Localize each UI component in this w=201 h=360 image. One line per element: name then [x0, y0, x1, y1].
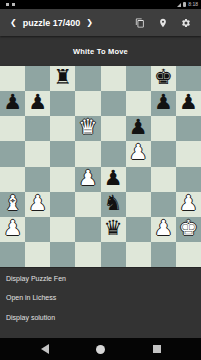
square-b8[interactable]: [25, 66, 50, 91]
square-g3[interactable]: [151, 192, 176, 217]
square-c7[interactable]: [50, 91, 75, 116]
open-in-lichess-button[interactable]: Open in Lichess: [6, 294, 56, 302]
square-d8[interactable]: [75, 66, 100, 91]
app-screen: 8:18 ❮ puzzle 17/400 ❯ White To Move ♜♚♟…: [0, 0, 201, 360]
piece-black-pawn[interactable]: ♟: [129, 117, 148, 138]
square-g1[interactable]: [151, 242, 176, 267]
home-circle-icon: [96, 345, 105, 354]
square-d7[interactable]: [75, 91, 100, 116]
square-e7[interactable]: [101, 91, 126, 116]
square-f1[interactable]: [126, 242, 151, 267]
square-f6[interactable]: ♟: [126, 116, 151, 141]
piece-black-pawn[interactable]: ♟: [3, 92, 22, 113]
square-d5[interactable]: [75, 141, 100, 166]
battery-icon: [183, 2, 186, 7]
square-g5[interactable]: [151, 141, 176, 166]
piece-white-king[interactable]: ♚: [179, 218, 198, 239]
square-b5[interactable]: [25, 141, 50, 166]
square-d2[interactable]: [75, 217, 100, 242]
square-b1[interactable]: [25, 242, 50, 267]
square-h7[interactable]: ♟: [176, 91, 201, 116]
square-a2[interactable]: ♟: [0, 217, 25, 242]
piece-white-pawn[interactable]: ♟: [129, 142, 148, 163]
recents-square-icon: [153, 345, 161, 353]
square-e6[interactable]: [101, 116, 126, 141]
piece-white-bishop[interactable]: ♝: [3, 193, 22, 214]
square-g8[interactable]: ♚: [151, 66, 176, 91]
back-button[interactable]: [38, 342, 52, 356]
home-button[interactable]: [94, 342, 108, 356]
square-c8[interactable]: ♜: [50, 66, 75, 91]
square-g2[interactable]: ♟: [151, 217, 176, 242]
piece-black-pawn[interactable]: ♟: [154, 92, 173, 113]
square-g7[interactable]: ♟: [151, 91, 176, 116]
android-nav-bar: [0, 338, 201, 360]
square-e2[interactable]: ♛: [101, 217, 126, 242]
settings-gear-icon[interactable]: [179, 16, 193, 30]
square-b6[interactable]: [25, 116, 50, 141]
square-h4[interactable]: [176, 167, 201, 192]
square-b4[interactable]: [25, 167, 50, 192]
piece-black-pawn[interactable]: ♟: [28, 92, 47, 113]
actions-panel: Display Puzzle Fen Open in Lichess Displ…: [0, 267, 201, 338]
piece-black-king[interactable]: ♚: [154, 67, 173, 88]
square-f3[interactable]: [126, 192, 151, 217]
display-fen-button[interactable]: Display Puzzle Fen: [6, 275, 66, 283]
square-a4[interactable]: [0, 167, 25, 192]
next-puzzle-button[interactable]: ❯: [84, 17, 95, 29]
piece-white-queen[interactable]: ♛: [79, 117, 98, 138]
square-e4[interactable]: ♟: [101, 167, 126, 192]
square-e1[interactable]: [101, 242, 126, 267]
signal-icon: [177, 3, 181, 7]
square-h1[interactable]: [176, 242, 201, 267]
square-b7[interactable]: ♟: [25, 91, 50, 116]
piece-black-knight[interactable]: ♞: [104, 193, 123, 214]
square-a6[interactable]: [0, 116, 25, 141]
copy-icon[interactable]: [133, 16, 147, 30]
square-h8[interactable]: [176, 66, 201, 91]
square-c1[interactable]: [50, 242, 75, 267]
square-e8[interactable]: [101, 66, 126, 91]
app-bar: ❮ puzzle 17/400 ❯: [0, 9, 201, 36]
square-h6[interactable]: [176, 116, 201, 141]
status-clock: 8:18: [188, 2, 198, 7]
notification-icons: [6, 3, 15, 6]
square-e5[interactable]: [101, 141, 126, 166]
square-b3[interactable]: ♟: [25, 192, 50, 217]
square-d3[interactable]: [75, 192, 100, 217]
piece-white-pawn[interactable]: ♟: [3, 218, 22, 239]
square-a1[interactable]: [0, 242, 25, 267]
display-solution-button[interactable]: Display solution: [6, 314, 55, 322]
square-f2[interactable]: [126, 217, 151, 242]
square-f5[interactable]: ♟: [126, 141, 151, 166]
square-d4[interactable]: ♟: [75, 167, 100, 192]
square-h3[interactable]: ♟: [176, 192, 201, 217]
piece-black-pawn[interactable]: ♟: [179, 92, 198, 113]
piece-white-pawn[interactable]: ♟: [28, 193, 47, 214]
piece-white-pawn[interactable]: ♟: [154, 218, 173, 239]
square-h2[interactable]: ♚: [176, 217, 201, 242]
square-g6[interactable]: [151, 116, 176, 141]
piece-white-pawn[interactable]: ♟: [79, 168, 98, 189]
prev-puzzle-button[interactable]: ❮: [8, 17, 19, 29]
chess-board: ♜♚♟♟♟♟♛♟♟♟♟♝♟♞♟♟♛♟♚: [0, 66, 201, 267]
square-a5[interactable]: [0, 141, 25, 166]
back-triangle-icon: [41, 344, 49, 354]
square-c2[interactable]: [50, 217, 75, 242]
location-pin-icon[interactable]: [156, 16, 170, 30]
square-d6[interactable]: ♛: [75, 116, 100, 141]
square-f7[interactable]: [126, 91, 151, 116]
recents-button[interactable]: [150, 342, 164, 356]
square-c6[interactable]: [50, 116, 75, 141]
square-e3[interactable]: ♞: [101, 192, 126, 217]
piece-black-queen[interactable]: ♛: [104, 218, 123, 239]
square-c5[interactable]: [50, 141, 75, 166]
status-bar: 8:18: [0, 0, 201, 9]
square-g4[interactable]: [151, 167, 176, 192]
piece-black-pawn[interactable]: ♟: [104, 168, 123, 189]
piece-white-pawn[interactable]: ♟: [179, 193, 198, 214]
square-f4[interactable]: [126, 167, 151, 192]
square-a8[interactable]: [0, 66, 25, 91]
page-title: puzzle 17/400: [23, 18, 81, 28]
square-c4[interactable]: [50, 167, 75, 192]
square-h5[interactable]: [176, 141, 201, 166]
square-a3[interactable]: ♝: [0, 192, 25, 217]
piece-black-rook[interactable]: ♜: [53, 67, 72, 88]
square-d1[interactable]: [75, 242, 100, 267]
square-a7[interactable]: ♟: [0, 91, 25, 116]
square-f8[interactable]: [126, 66, 151, 91]
square-b2[interactable]: [25, 217, 50, 242]
square-c3[interactable]: [50, 192, 75, 217]
subheader: White To Move: [0, 36, 201, 66]
side-to-move-label: White To Move: [73, 47, 128, 56]
